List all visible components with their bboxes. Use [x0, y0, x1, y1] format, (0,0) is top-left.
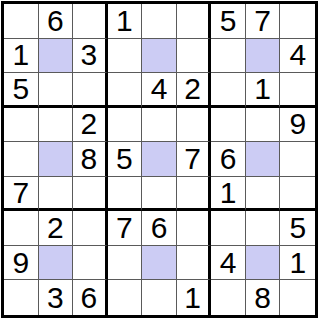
cell-r3c6[interactable]: 2 — [177, 73, 212, 108]
cell-r8c7[interactable]: 4 — [211, 246, 246, 281]
cell-r9c2[interactable]: 3 — [39, 280, 74, 315]
cell-r2c6[interactable] — [177, 39, 212, 74]
cell-r5c8[interactable] — [246, 142, 281, 177]
cell-r1c8[interactable]: 7 — [246, 4, 281, 39]
cell-r1c9[interactable] — [280, 4, 315, 39]
cell-r9c4[interactable] — [108, 280, 143, 315]
cell-r5c5[interactable] — [142, 142, 177, 177]
cell-r9c9[interactable] — [280, 280, 315, 315]
cell-r5c7[interactable]: 6 — [211, 142, 246, 177]
cell-r8c3[interactable] — [73, 246, 108, 281]
cell-r8c1[interactable]: 9 — [4, 246, 39, 281]
cell-r2c2[interactable] — [39, 39, 74, 74]
cell-r9c1[interactable] — [4, 280, 39, 315]
cell-r3c3[interactable] — [73, 73, 108, 108]
cell-r1c3[interactable] — [73, 4, 108, 39]
cell-r3c4[interactable] — [108, 73, 143, 108]
cell-r2c9[interactable]: 4 — [280, 39, 315, 74]
cell-r7c6[interactable] — [177, 211, 212, 246]
cell-r6c3[interactable] — [73, 177, 108, 212]
sudoku-board: 615713454212985767127659413618 — [0, 0, 320, 320]
cell-r4c1[interactable] — [4, 108, 39, 143]
cell-r7c2[interactable]: 2 — [39, 211, 74, 246]
cell-r3c1[interactable]: 5 — [4, 73, 39, 108]
cell-r4c5[interactable] — [142, 108, 177, 143]
cell-r4c6[interactable] — [177, 108, 212, 143]
cell-r1c4[interactable]: 1 — [108, 4, 143, 39]
cell-r4c7[interactable] — [211, 108, 246, 143]
cell-r6c5[interactable] — [142, 177, 177, 212]
cell-r6c7[interactable]: 1 — [211, 177, 246, 212]
cell-r3c8[interactable]: 1 — [246, 73, 281, 108]
cell-r4c4[interactable] — [108, 108, 143, 143]
cell-r7c4[interactable]: 7 — [108, 211, 143, 246]
cell-r6c8[interactable] — [246, 177, 281, 212]
cell-r2c1[interactable]: 1 — [4, 39, 39, 74]
cell-r9c3[interactable]: 6 — [73, 280, 108, 315]
cell-r8c4[interactable] — [108, 246, 143, 281]
cell-r9c6[interactable]: 1 — [177, 280, 212, 315]
cell-r9c7[interactable] — [211, 280, 246, 315]
cell-r5c4[interactable]: 5 — [108, 142, 143, 177]
cell-r5c6[interactable]: 7 — [177, 142, 212, 177]
cell-r7c5[interactable]: 6 — [142, 211, 177, 246]
cell-r2c7[interactable] — [211, 39, 246, 74]
cell-r1c7[interactable]: 5 — [211, 4, 246, 39]
cell-r8c2[interactable] — [39, 246, 74, 281]
cell-r8c6[interactable] — [177, 246, 212, 281]
cell-r5c2[interactable] — [39, 142, 74, 177]
cell-r7c3[interactable] — [73, 211, 108, 246]
cell-r5c1[interactable] — [4, 142, 39, 177]
cell-r2c4[interactable] — [108, 39, 143, 74]
cell-r8c8[interactable] — [246, 246, 281, 281]
cell-r3c5[interactable]: 4 — [142, 73, 177, 108]
cell-r5c3[interactable]: 8 — [73, 142, 108, 177]
cell-r1c6[interactable] — [177, 4, 212, 39]
cell-r6c6[interactable] — [177, 177, 212, 212]
cell-r2c5[interactable] — [142, 39, 177, 74]
cell-r7c9[interactable]: 5 — [280, 211, 315, 246]
cell-r8c9[interactable]: 1 — [280, 246, 315, 281]
cell-r2c8[interactable] — [246, 39, 281, 74]
cell-r4c2[interactable] — [39, 108, 74, 143]
cell-r3c2[interactable] — [39, 73, 74, 108]
cell-r9c8[interactable]: 8 — [246, 280, 281, 315]
cell-r1c1[interactable] — [4, 4, 39, 39]
cell-r3c7[interactable] — [211, 73, 246, 108]
cell-r5c9[interactable] — [280, 142, 315, 177]
cell-r6c1[interactable]: 7 — [4, 177, 39, 212]
cell-r1c5[interactable] — [142, 4, 177, 39]
cell-r2c3[interactable]: 3 — [73, 39, 108, 74]
cell-r7c1[interactable] — [4, 211, 39, 246]
cell-r3c9[interactable] — [280, 73, 315, 108]
cell-r6c2[interactable] — [39, 177, 74, 212]
cell-r7c7[interactable] — [211, 211, 246, 246]
cell-r1c2[interactable]: 6 — [39, 4, 74, 39]
cell-r4c9[interactable]: 9 — [280, 108, 315, 143]
sudoku-grid: 615713454212985767127659413618 — [1, 1, 318, 318]
cell-r7c8[interactable] — [246, 211, 281, 246]
cell-r6c4[interactable] — [108, 177, 143, 212]
cell-r8c5[interactable] — [142, 246, 177, 281]
cell-r4c8[interactable] — [246, 108, 281, 143]
cell-r4c3[interactable]: 2 — [73, 108, 108, 143]
cell-r6c9[interactable] — [280, 177, 315, 212]
cell-r9c5[interactable] — [142, 280, 177, 315]
